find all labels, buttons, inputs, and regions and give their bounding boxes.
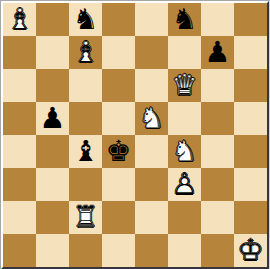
square-e8[interactable] bbox=[135, 3, 168, 36]
black-knight: ♞ bbox=[168, 3, 201, 36]
square-e7[interactable] bbox=[135, 36, 168, 69]
square-g6[interactable] bbox=[201, 69, 234, 102]
white-rook-outline: ♖ bbox=[69, 201, 102, 234]
square-h1[interactable]: ♚♔ bbox=[234, 234, 267, 267]
square-b8[interactable] bbox=[36, 3, 69, 36]
square-a5[interactable] bbox=[3, 102, 36, 135]
black-knight-glyph: ♞ bbox=[69, 3, 102, 36]
square-b7[interactable] bbox=[36, 36, 69, 69]
square-c7[interactable]: ♝♗ bbox=[69, 36, 102, 69]
white-queen-outline: ♕ bbox=[168, 69, 201, 102]
white-king-outline: ♔ bbox=[234, 234, 267, 267]
square-c4[interactable]: ♝ bbox=[69, 135, 102, 168]
black-pawn: ♟ bbox=[36, 102, 69, 135]
black-pawn: ♟ bbox=[201, 36, 234, 69]
square-b4[interactable] bbox=[36, 135, 69, 168]
square-b3[interactable] bbox=[36, 168, 69, 201]
white-king: ♚♔ bbox=[234, 234, 267, 267]
black-bishop-glyph: ♝ bbox=[69, 135, 102, 168]
white-knight: ♞♘ bbox=[168, 135, 201, 168]
square-e6[interactable] bbox=[135, 69, 168, 102]
white-rook: ♜♖ bbox=[69, 201, 102, 234]
square-g1[interactable] bbox=[201, 234, 234, 267]
square-c1[interactable] bbox=[69, 234, 102, 267]
square-a8[interactable]: ♝♗ bbox=[3, 3, 36, 36]
square-e3[interactable] bbox=[135, 168, 168, 201]
square-d4[interactable]: ♚ bbox=[102, 135, 135, 168]
square-d3[interactable] bbox=[102, 168, 135, 201]
white-bishop-outline: ♗ bbox=[3, 3, 36, 36]
white-bishop: ♝♗ bbox=[69, 36, 102, 69]
black-pawn-glyph: ♟ bbox=[201, 36, 234, 69]
square-f1[interactable] bbox=[168, 234, 201, 267]
board-frame-inner: ♝♗♞♞♝♗♟♛♕♟♞♘♝♚♞♘♟♙♜♖♚♔ bbox=[1, 1, 269, 269]
white-bishop-outline: ♗ bbox=[69, 36, 102, 69]
square-g4[interactable] bbox=[201, 135, 234, 168]
square-e5[interactable]: ♞♘ bbox=[135, 102, 168, 135]
square-b1[interactable] bbox=[36, 234, 69, 267]
square-a4[interactable] bbox=[3, 135, 36, 168]
square-f2[interactable] bbox=[168, 201, 201, 234]
board-frame: ♝♗♞♞♝♗♟♛♕♟♞♘♝♚♞♘♟♙♜♖♚♔ bbox=[0, 0, 270, 269]
square-b6[interactable] bbox=[36, 69, 69, 102]
square-d2[interactable] bbox=[102, 201, 135, 234]
square-g3[interactable] bbox=[201, 168, 234, 201]
white-bishop: ♝♗ bbox=[3, 3, 36, 36]
square-h8[interactable] bbox=[234, 3, 267, 36]
square-f6[interactable]: ♛♕ bbox=[168, 69, 201, 102]
square-a6[interactable] bbox=[3, 69, 36, 102]
square-g7[interactable]: ♟ bbox=[201, 36, 234, 69]
square-h2[interactable] bbox=[234, 201, 267, 234]
square-d8[interactable] bbox=[102, 3, 135, 36]
chess-board: ♝♗♞♞♝♗♟♛♕♟♞♘♝♚♞♘♟♙♜♖♚♔ bbox=[3, 3, 267, 267]
square-f8[interactable]: ♞ bbox=[168, 3, 201, 36]
black-pawn-glyph: ♟ bbox=[36, 102, 69, 135]
square-c8[interactable]: ♞ bbox=[69, 3, 102, 36]
square-d1[interactable] bbox=[102, 234, 135, 267]
white-pawn-outline: ♙ bbox=[168, 168, 201, 201]
square-a2[interactable] bbox=[3, 201, 36, 234]
black-knight: ♞ bbox=[69, 3, 102, 36]
square-d6[interactable] bbox=[102, 69, 135, 102]
square-a7[interactable] bbox=[3, 36, 36, 69]
square-b5[interactable]: ♟ bbox=[36, 102, 69, 135]
black-bishop: ♝ bbox=[69, 135, 102, 168]
black-king-glyph: ♚ bbox=[102, 135, 135, 168]
square-d7[interactable] bbox=[102, 36, 135, 69]
white-knight-outline: ♘ bbox=[168, 135, 201, 168]
square-a3[interactable] bbox=[3, 168, 36, 201]
square-c2[interactable]: ♜♖ bbox=[69, 201, 102, 234]
square-h4[interactable] bbox=[234, 135, 267, 168]
white-queen: ♛♕ bbox=[168, 69, 201, 102]
square-c5[interactable] bbox=[69, 102, 102, 135]
square-f3[interactable]: ♟♙ bbox=[168, 168, 201, 201]
square-a1[interactable] bbox=[3, 234, 36, 267]
square-e1[interactable] bbox=[135, 234, 168, 267]
white-knight-outline: ♘ bbox=[135, 102, 168, 135]
square-f7[interactable] bbox=[168, 36, 201, 69]
white-knight: ♞♘ bbox=[135, 102, 168, 135]
square-f5[interactable] bbox=[168, 102, 201, 135]
square-c3[interactable] bbox=[69, 168, 102, 201]
square-c6[interactable] bbox=[69, 69, 102, 102]
square-h5[interactable] bbox=[234, 102, 267, 135]
square-h6[interactable] bbox=[234, 69, 267, 102]
square-h3[interactable] bbox=[234, 168, 267, 201]
square-e2[interactable] bbox=[135, 201, 168, 234]
black-knight-glyph: ♞ bbox=[168, 3, 201, 36]
square-g2[interactable] bbox=[201, 201, 234, 234]
square-d5[interactable] bbox=[102, 102, 135, 135]
square-g5[interactable] bbox=[201, 102, 234, 135]
square-e4[interactable] bbox=[135, 135, 168, 168]
square-f4[interactable]: ♞♘ bbox=[168, 135, 201, 168]
white-pawn: ♟♙ bbox=[168, 168, 201, 201]
square-g8[interactable] bbox=[201, 3, 234, 36]
black-king: ♚ bbox=[102, 135, 135, 168]
square-b2[interactable] bbox=[36, 201, 69, 234]
square-h7[interactable] bbox=[234, 36, 267, 69]
